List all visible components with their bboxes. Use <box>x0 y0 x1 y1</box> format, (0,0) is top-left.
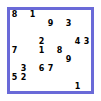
cell-r9c9[interactable] <box>82 82 91 91</box>
sudoku-app: 81932437189367521 <box>0 0 101 101</box>
sudoku-board: 81932437189367521 <box>7 7 94 94</box>
